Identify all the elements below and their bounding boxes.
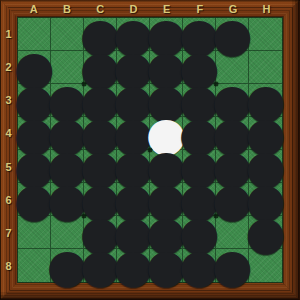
black-disc: ● bbox=[212, 249, 253, 282]
black-disc: ● bbox=[179, 18, 220, 51]
black-disc: ● bbox=[179, 117, 220, 150]
black-disc: ● bbox=[14, 117, 55, 150]
wood-frame-bottom bbox=[0, 283, 300, 300]
cell-B6[interactable]: ● bbox=[51, 183, 84, 216]
cell-E8[interactable]: ● bbox=[150, 249, 183, 282]
cell-C4[interactable]: ● bbox=[84, 117, 117, 150]
black-disc: ● bbox=[146, 150, 187, 183]
wood-frame-right bbox=[283, 0, 300, 300]
black-disc: ● bbox=[113, 117, 154, 150]
black-disc: ● bbox=[80, 18, 121, 51]
cell-B2[interactable] bbox=[51, 51, 84, 84]
cell-E2[interactable]: ● bbox=[150, 51, 183, 84]
cell-C5[interactable]: ● bbox=[84, 150, 117, 183]
black-disc: ● bbox=[245, 216, 286, 249]
black-disc: ● bbox=[179, 150, 220, 183]
black-disc: ● bbox=[212, 84, 253, 117]
cell-E1[interactable]: ● bbox=[150, 18, 183, 51]
cell-F3[interactable]: ● bbox=[183, 84, 216, 117]
cell-F5[interactable]: ● bbox=[183, 150, 216, 183]
cell-C7[interactable]: ● bbox=[84, 216, 117, 249]
black-disc: ● bbox=[14, 150, 55, 183]
cell-D5[interactable]: ● bbox=[117, 150, 150, 183]
cell-H1[interactable] bbox=[249, 18, 282, 51]
black-disc: ● bbox=[47, 150, 88, 183]
cell-G1[interactable]: ● bbox=[216, 18, 249, 51]
cell-A3[interactable]: ● bbox=[18, 84, 51, 117]
cell-F8[interactable]: ● bbox=[183, 249, 216, 282]
black-disc: ● bbox=[47, 249, 88, 282]
cell-G2[interactable] bbox=[216, 51, 249, 84]
cell-G4[interactable]: ● bbox=[216, 117, 249, 150]
black-disc: ● bbox=[146, 18, 187, 51]
cell-G7[interactable] bbox=[216, 216, 249, 249]
col-label-G: G bbox=[217, 0, 250, 17]
column-labels: ABCDEFGH bbox=[17, 0, 283, 17]
cell-A4[interactable]: ● bbox=[18, 117, 51, 150]
black-disc: ● bbox=[80, 216, 121, 249]
white-disc: ● bbox=[146, 117, 187, 150]
cell-D8[interactable]: ● bbox=[117, 249, 150, 282]
black-disc: ● bbox=[212, 183, 253, 216]
cell-D1[interactable]: ● bbox=[117, 18, 150, 51]
cell-D6[interactable]: ● bbox=[117, 183, 150, 216]
row-label-1: 1 bbox=[0, 17, 17, 50]
black-disc: ● bbox=[80, 249, 121, 282]
cell-F4[interactable]: ● bbox=[183, 117, 216, 150]
black-disc: ● bbox=[212, 18, 253, 51]
cell-A7[interactable] bbox=[18, 216, 51, 249]
black-disc: ● bbox=[80, 117, 121, 150]
cell-E4[interactable]: ● bbox=[150, 117, 183, 150]
cell-H4[interactable]: ● bbox=[249, 117, 282, 150]
row-label-8: 8 bbox=[0, 250, 17, 283]
black-disc: ● bbox=[179, 216, 220, 249]
cell-B8[interactable]: ● bbox=[51, 249, 84, 282]
cell-A6[interactable]: ● bbox=[18, 183, 51, 216]
black-disc: ● bbox=[80, 51, 121, 84]
black-disc: ● bbox=[80, 84, 121, 117]
cell-B7[interactable] bbox=[51, 216, 84, 249]
cell-H8[interactable] bbox=[249, 249, 282, 282]
col-label-F: F bbox=[183, 0, 216, 17]
col-label-E: E bbox=[150, 0, 183, 17]
cell-G8[interactable]: ● bbox=[216, 249, 249, 282]
col-label-B: B bbox=[50, 0, 83, 17]
row-label-6: 6 bbox=[0, 183, 17, 216]
cell-D2[interactable]: ● bbox=[117, 51, 150, 84]
cell-A5[interactable]: ● bbox=[18, 150, 51, 183]
black-disc: ● bbox=[245, 117, 286, 150]
cell-C6[interactable]: ● bbox=[84, 183, 117, 216]
row-label-7: 7 bbox=[0, 217, 17, 250]
cell-H6[interactable]: ● bbox=[249, 183, 282, 216]
cell-H7[interactable]: ● bbox=[249, 216, 282, 249]
col-label-D: D bbox=[117, 0, 150, 17]
cell-D7[interactable]: ● bbox=[117, 216, 150, 249]
cell-G3[interactable]: ● bbox=[216, 84, 249, 117]
cell-E5[interactable]: ● bbox=[150, 150, 183, 183]
black-disc: ● bbox=[146, 84, 187, 117]
black-disc: ● bbox=[113, 150, 154, 183]
cell-C8[interactable]: ● bbox=[84, 249, 117, 282]
black-disc: ● bbox=[14, 84, 55, 117]
cell-A8[interactable] bbox=[18, 249, 51, 282]
cell-C2[interactable]: ● bbox=[84, 51, 117, 84]
black-disc: ● bbox=[245, 84, 286, 117]
row-labels: 12345678 bbox=[0, 17, 17, 283]
cell-E3[interactable]: ● bbox=[150, 84, 183, 117]
black-disc: ● bbox=[80, 150, 121, 183]
black-disc: ● bbox=[146, 183, 187, 216]
cell-F6[interactable]: ● bbox=[183, 183, 216, 216]
black-disc: ● bbox=[113, 51, 154, 84]
othello-board: ABCDEFGH 12345678 ●●●●●●●●●●●●●●●●●●●●●●… bbox=[0, 0, 300, 300]
black-disc: ● bbox=[113, 249, 154, 282]
black-disc: ● bbox=[113, 18, 154, 51]
col-label-C: C bbox=[84, 0, 117, 17]
black-disc: ● bbox=[47, 84, 88, 117]
row-label-4: 4 bbox=[0, 117, 17, 150]
cell-F2[interactable]: ● bbox=[183, 51, 216, 84]
cell-B4[interactable]: ● bbox=[51, 117, 84, 150]
black-disc: ● bbox=[179, 249, 220, 282]
black-disc: ● bbox=[245, 183, 286, 216]
black-disc: ● bbox=[47, 183, 88, 216]
black-disc: ● bbox=[47, 117, 88, 150]
row-label-3: 3 bbox=[0, 84, 17, 117]
cell-H5[interactable]: ● bbox=[249, 150, 282, 183]
cell-A2[interactable]: ● bbox=[18, 51, 51, 84]
cell-G5[interactable]: ● bbox=[216, 150, 249, 183]
col-label-A: A bbox=[17, 0, 50, 17]
black-disc: ● bbox=[113, 84, 154, 117]
black-disc: ● bbox=[212, 150, 253, 183]
cell-H3[interactable]: ● bbox=[249, 84, 282, 117]
cell-F1[interactable]: ● bbox=[183, 18, 216, 51]
black-disc: ● bbox=[14, 183, 55, 216]
black-disc: ● bbox=[14, 51, 55, 84]
cell-F7[interactable]: ● bbox=[183, 216, 216, 249]
black-disc: ● bbox=[179, 183, 220, 216]
black-disc: ● bbox=[146, 216, 187, 249]
cell-B3[interactable]: ● bbox=[51, 84, 84, 117]
black-disc: ● bbox=[245, 150, 286, 183]
row-label-2: 2 bbox=[0, 50, 17, 83]
cell-E6[interactable]: ● bbox=[150, 183, 183, 216]
cell-D4[interactable]: ● bbox=[117, 117, 150, 150]
col-label-H: H bbox=[250, 0, 283, 17]
black-disc: ● bbox=[179, 51, 220, 84]
black-disc: ● bbox=[80, 183, 121, 216]
cell-B5[interactable]: ● bbox=[51, 150, 84, 183]
cell-C3[interactable]: ● bbox=[84, 84, 117, 117]
row-label-5: 5 bbox=[0, 150, 17, 183]
black-disc: ● bbox=[113, 216, 154, 249]
black-disc: ● bbox=[146, 249, 187, 282]
cell-C1[interactable]: ● bbox=[84, 18, 117, 51]
cell-A1[interactable] bbox=[18, 18, 51, 51]
black-disc: ● bbox=[179, 84, 220, 117]
cell-D3[interactable]: ● bbox=[117, 84, 150, 117]
cell-H2[interactable] bbox=[249, 51, 282, 84]
board-grid: ●●●●●●●●●●●●●●●●●●●●●●●●●●●●●●●●●●●●●●●●… bbox=[17, 17, 283, 283]
cell-B1[interactable] bbox=[51, 18, 84, 51]
cell-G6[interactable]: ● bbox=[216, 183, 249, 216]
cell-E7[interactable]: ● bbox=[150, 216, 183, 249]
black-disc: ● bbox=[113, 183, 154, 216]
black-disc: ● bbox=[212, 117, 253, 150]
black-disc: ● bbox=[146, 51, 187, 84]
